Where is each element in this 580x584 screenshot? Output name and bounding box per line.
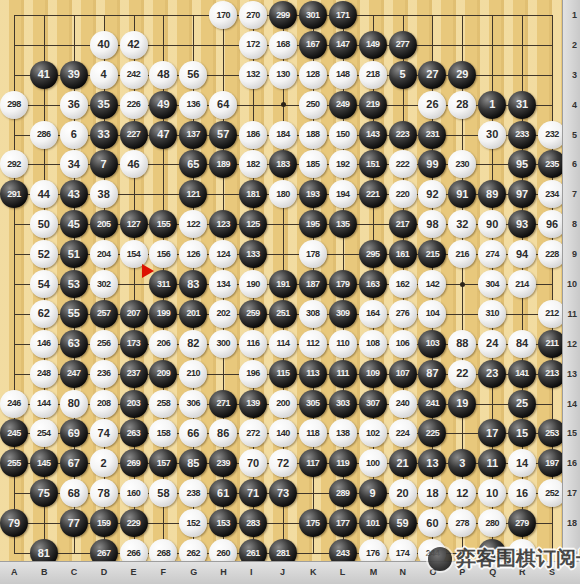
stone-black-125: 125 bbox=[239, 210, 267, 238]
stone-white-20: 20 bbox=[389, 479, 417, 507]
stone-black-19: 19 bbox=[448, 390, 476, 418]
star-point bbox=[460, 282, 465, 287]
stone-white-94: 94 bbox=[508, 240, 536, 268]
stone-white-238: 238 bbox=[179, 479, 207, 507]
stone-white-50: 50 bbox=[30, 210, 58, 238]
stone-white-158: 158 bbox=[149, 419, 177, 447]
stone-white-270: 270 bbox=[239, 1, 267, 29]
stone-white-224: 224 bbox=[389, 419, 417, 447]
stone-black-43: 43 bbox=[60, 180, 88, 208]
stone-white-168: 168 bbox=[269, 31, 297, 59]
stone-black-221: 221 bbox=[359, 180, 387, 208]
row-label-13: 13 bbox=[567, 369, 577, 379]
stone-black-25: 25 bbox=[508, 390, 536, 418]
star-point bbox=[281, 102, 286, 107]
stone-white-186: 186 bbox=[239, 121, 267, 149]
stone-white-114: 114 bbox=[269, 330, 297, 358]
stone-white-38: 38 bbox=[90, 180, 118, 208]
stone-black-217: 217 bbox=[389, 210, 417, 238]
stone-black-45: 45 bbox=[60, 210, 88, 238]
stone-white-185: 185 bbox=[299, 150, 327, 178]
stone-white-300: 300 bbox=[209, 330, 237, 358]
row-label-14: 14 bbox=[567, 399, 577, 409]
stone-black-155: 155 bbox=[149, 210, 177, 238]
stone-black-115: 115 bbox=[269, 360, 297, 388]
row-label-12: 12 bbox=[567, 339, 577, 349]
stone-white-194: 194 bbox=[329, 180, 357, 208]
stone-white-280: 280 bbox=[478, 509, 506, 537]
stone-white-58: 58 bbox=[149, 479, 177, 507]
stone-white-298: 298 bbox=[0, 91, 28, 119]
row-label-2: 2 bbox=[572, 40, 577, 50]
stone-white-144: 144 bbox=[30, 390, 58, 418]
stone-white-236: 236 bbox=[90, 360, 118, 388]
stone-white-30: 30 bbox=[478, 121, 506, 149]
stone-black-103: 103 bbox=[418, 330, 446, 358]
stone-white-208: 208 bbox=[90, 390, 118, 418]
stone-white-4: 4 bbox=[90, 61, 118, 89]
stone-white-44: 44 bbox=[30, 180, 58, 208]
stone-white-286: 286 bbox=[30, 121, 58, 149]
stone-black-231: 231 bbox=[418, 121, 446, 149]
stone-white-6: 6 bbox=[60, 121, 88, 149]
stone-white-92: 92 bbox=[418, 180, 446, 208]
stone-black-157: 157 bbox=[149, 449, 177, 477]
stone-white-18: 18 bbox=[418, 479, 446, 507]
stone-black-133: 133 bbox=[239, 240, 267, 268]
stone-black-123: 123 bbox=[209, 210, 237, 238]
stone-white-56: 56 bbox=[179, 61, 207, 89]
stone-black-167: 167 bbox=[299, 31, 327, 59]
stone-white-222: 222 bbox=[389, 150, 417, 178]
stone-white-250: 250 bbox=[299, 91, 327, 119]
stone-white-226: 226 bbox=[120, 91, 148, 119]
stone-white-78: 78 bbox=[90, 479, 118, 507]
col-label-E: E bbox=[131, 567, 137, 577]
stone-black-93: 93 bbox=[508, 210, 536, 238]
stone-white-160: 160 bbox=[120, 479, 148, 507]
stone-white-26: 26 bbox=[418, 91, 446, 119]
go-board: 1702702993011714042172168167147149277413… bbox=[0, 0, 577, 578]
col-label-B: B bbox=[41, 567, 48, 577]
stone-black-57: 57 bbox=[209, 121, 237, 149]
stone-white-112: 112 bbox=[299, 330, 327, 358]
stone-black-263: 263 bbox=[120, 419, 148, 447]
stone-white-150: 150 bbox=[329, 121, 357, 149]
stone-white-36: 36 bbox=[60, 91, 88, 119]
stone-white-180: 180 bbox=[269, 180, 297, 208]
stone-white-122: 122 bbox=[179, 210, 207, 238]
stone-black-97: 97 bbox=[508, 180, 536, 208]
stone-black-77: 77 bbox=[60, 509, 88, 537]
stone-black-27: 27 bbox=[418, 61, 446, 89]
stone-black-107: 107 bbox=[389, 360, 417, 388]
stone-white-70: 70 bbox=[239, 449, 267, 477]
stone-black-137: 137 bbox=[179, 121, 207, 149]
stone-white-82: 82 bbox=[179, 330, 207, 358]
stone-black-111: 111 bbox=[329, 360, 357, 388]
stone-white-2: 2 bbox=[90, 449, 118, 477]
stone-white-142: 142 bbox=[418, 270, 446, 298]
stone-white-138: 138 bbox=[329, 419, 357, 447]
stone-white-102: 102 bbox=[359, 419, 387, 447]
col-label-M: M bbox=[370, 567, 378, 577]
yike-weiqi-logo-icon bbox=[428, 547, 452, 571]
stone-white-12: 12 bbox=[448, 479, 476, 507]
stone-white-68: 68 bbox=[60, 479, 88, 507]
stone-black-141: 141 bbox=[508, 360, 536, 388]
stone-black-79: 79 bbox=[0, 509, 28, 537]
row-label-10: 10 bbox=[567, 279, 577, 289]
stone-white-46: 46 bbox=[120, 150, 148, 178]
stone-black-199: 199 bbox=[149, 300, 177, 328]
stone-white-110: 110 bbox=[329, 330, 357, 358]
stone-black-237: 237 bbox=[120, 360, 148, 388]
stone-black-5: 5 bbox=[389, 61, 417, 89]
stone-white-140: 140 bbox=[269, 419, 297, 447]
row-label-11: 11 bbox=[567, 309, 577, 319]
stone-black-101: 101 bbox=[359, 509, 387, 537]
stone-black-91: 91 bbox=[448, 180, 476, 208]
stone-white-172: 172 bbox=[239, 31, 267, 59]
stone-black-127: 127 bbox=[120, 210, 148, 238]
stone-white-108: 108 bbox=[359, 330, 387, 358]
stone-white-146: 146 bbox=[30, 330, 58, 358]
stone-black-183: 183 bbox=[269, 150, 297, 178]
row-label-5: 5 bbox=[572, 130, 577, 140]
stone-black-113: 113 bbox=[299, 360, 327, 388]
stone-white-254: 254 bbox=[30, 419, 58, 447]
stone-black-229: 229 bbox=[120, 509, 148, 537]
row-label-17: 17 bbox=[567, 488, 577, 498]
stone-black-95: 95 bbox=[508, 150, 536, 178]
stone-black-53: 53 bbox=[60, 270, 88, 298]
stone-white-190: 190 bbox=[239, 270, 267, 298]
stone-black-291: 291 bbox=[0, 180, 28, 208]
stone-white-170: 170 bbox=[209, 1, 237, 29]
col-label-N: N bbox=[400, 567, 407, 577]
stone-white-306: 306 bbox=[179, 390, 207, 418]
stone-white-304: 304 bbox=[478, 270, 506, 298]
stone-black-295: 295 bbox=[359, 240, 387, 268]
stone-white-54: 54 bbox=[30, 270, 58, 298]
stone-black-219: 219 bbox=[359, 91, 387, 119]
stone-black-3: 3 bbox=[448, 449, 476, 477]
stone-black-83: 83 bbox=[179, 270, 207, 298]
stone-black-15: 15 bbox=[508, 419, 536, 447]
stone-black-301: 301 bbox=[299, 1, 327, 29]
col-label-K: K bbox=[310, 567, 317, 577]
stone-white-86: 86 bbox=[209, 419, 237, 447]
stone-white-206: 206 bbox=[149, 330, 177, 358]
stone-white-128: 128 bbox=[299, 61, 327, 89]
stone-white-148: 148 bbox=[329, 61, 357, 89]
stone-white-214: 214 bbox=[508, 270, 536, 298]
col-label-C: C bbox=[71, 567, 78, 577]
stone-black-35: 35 bbox=[90, 91, 118, 119]
stone-black-279: 279 bbox=[508, 509, 536, 537]
stone-black-41: 41 bbox=[30, 61, 58, 89]
stone-black-85: 85 bbox=[179, 449, 207, 477]
stone-black-59: 59 bbox=[389, 509, 417, 537]
col-label-F: F bbox=[160, 567, 166, 577]
stone-white-182: 182 bbox=[239, 150, 267, 178]
stone-white-242: 242 bbox=[120, 61, 148, 89]
stone-white-196: 196 bbox=[239, 360, 267, 388]
stone-white-100: 100 bbox=[359, 449, 387, 477]
stone-black-209: 209 bbox=[149, 360, 177, 388]
stone-black-225: 225 bbox=[418, 419, 446, 447]
stone-black-239: 239 bbox=[209, 449, 237, 477]
stone-black-17: 17 bbox=[478, 419, 506, 447]
stone-black-159: 159 bbox=[90, 509, 118, 537]
stone-white-216: 216 bbox=[448, 240, 476, 268]
stone-white-80: 80 bbox=[60, 390, 88, 418]
stone-white-132: 132 bbox=[239, 61, 267, 89]
stone-black-193: 193 bbox=[299, 180, 327, 208]
stone-white-62: 62 bbox=[30, 300, 58, 328]
stone-black-71: 71 bbox=[239, 479, 267, 507]
stone-white-16: 16 bbox=[508, 479, 536, 507]
stone-black-227: 227 bbox=[120, 121, 148, 149]
last-move-marker-triangle-icon bbox=[142, 264, 154, 278]
stone-white-202: 202 bbox=[209, 300, 237, 328]
col-label-G: G bbox=[190, 567, 197, 577]
stone-black-49: 49 bbox=[149, 91, 177, 119]
stone-black-203: 203 bbox=[120, 390, 148, 418]
stone-white-84: 84 bbox=[508, 330, 536, 358]
stone-black-245: 245 bbox=[0, 419, 28, 447]
stone-black-75: 75 bbox=[30, 479, 58, 507]
stone-white-60: 60 bbox=[418, 509, 446, 537]
stone-black-117: 117 bbox=[299, 449, 327, 477]
row-coordinate-strip: 12345678910111213141516171819 bbox=[562, 0, 580, 578]
stone-black-89: 89 bbox=[478, 180, 506, 208]
stone-black-303: 303 bbox=[329, 390, 357, 418]
stone-white-188: 188 bbox=[299, 121, 327, 149]
stone-black-147: 147 bbox=[329, 31, 357, 59]
stone-white-240: 240 bbox=[389, 390, 417, 418]
stone-white-90: 90 bbox=[478, 210, 506, 238]
stone-black-187: 187 bbox=[299, 270, 327, 298]
stone-black-163: 163 bbox=[359, 270, 387, 298]
stone-white-134: 134 bbox=[209, 270, 237, 298]
stone-black-149: 149 bbox=[359, 31, 387, 59]
stone-black-21: 21 bbox=[389, 449, 417, 477]
col-label-H: H bbox=[220, 567, 227, 577]
stone-black-31: 31 bbox=[508, 91, 536, 119]
stone-black-13: 13 bbox=[418, 449, 446, 477]
stone-black-249: 249 bbox=[329, 91, 357, 119]
stone-black-87: 87 bbox=[418, 360, 446, 388]
stone-black-179: 179 bbox=[329, 270, 357, 298]
stone-black-65: 65 bbox=[179, 150, 207, 178]
stone-white-136: 136 bbox=[179, 91, 207, 119]
stone-black-191: 191 bbox=[269, 270, 297, 298]
stone-black-309: 309 bbox=[329, 300, 357, 328]
stone-black-151: 151 bbox=[359, 150, 387, 178]
stone-black-139: 139 bbox=[239, 390, 267, 418]
stone-black-109: 109 bbox=[359, 360, 387, 388]
stone-white-40: 40 bbox=[90, 31, 118, 59]
stone-black-251: 251 bbox=[269, 300, 297, 328]
stone-white-10: 10 bbox=[478, 479, 506, 507]
stone-black-255: 255 bbox=[0, 449, 28, 477]
stone-white-24: 24 bbox=[478, 330, 506, 358]
stone-black-67: 67 bbox=[60, 449, 88, 477]
stone-black-173: 173 bbox=[120, 330, 148, 358]
stone-black-277: 277 bbox=[389, 31, 417, 59]
go-kifu-screenshot: 1702702993011714042172168167147149277413… bbox=[0, 0, 580, 584]
stone-white-126: 126 bbox=[179, 240, 207, 268]
stone-white-204: 204 bbox=[90, 240, 118, 268]
stone-black-9: 9 bbox=[359, 479, 387, 507]
stone-black-47: 47 bbox=[149, 121, 177, 149]
stone-black-271: 271 bbox=[209, 390, 237, 418]
stone-black-247: 247 bbox=[60, 360, 88, 388]
stone-white-210: 210 bbox=[179, 360, 207, 388]
stone-black-195: 195 bbox=[299, 210, 327, 238]
row-label-3: 3 bbox=[572, 70, 577, 80]
stone-white-66: 66 bbox=[179, 419, 207, 447]
stone-black-223: 223 bbox=[389, 121, 417, 149]
stone-white-64: 64 bbox=[209, 91, 237, 119]
row-label-6: 6 bbox=[572, 159, 577, 169]
row-label-4: 4 bbox=[572, 100, 577, 110]
stone-black-189: 189 bbox=[209, 150, 237, 178]
row-label-18: 18 bbox=[567, 518, 577, 528]
row-label-1: 1 bbox=[572, 10, 577, 20]
stone-black-305: 305 bbox=[299, 390, 327, 418]
stone-black-205: 205 bbox=[90, 210, 118, 238]
stone-white-200: 200 bbox=[269, 390, 297, 418]
col-label-D: D bbox=[101, 567, 108, 577]
stone-white-308: 308 bbox=[299, 300, 327, 328]
col-label-A: A bbox=[11, 567, 18, 577]
stone-black-99: 99 bbox=[418, 150, 446, 178]
stone-white-88: 88 bbox=[448, 330, 476, 358]
stone-black-135: 135 bbox=[329, 210, 357, 238]
stone-white-278: 278 bbox=[448, 509, 476, 537]
col-label-L: L bbox=[340, 567, 346, 577]
stone-black-153: 153 bbox=[209, 509, 237, 537]
stone-white-152: 152 bbox=[179, 509, 207, 537]
stone-white-248: 248 bbox=[30, 360, 58, 388]
stone-white-130: 130 bbox=[269, 61, 297, 89]
stone-black-257: 257 bbox=[90, 300, 118, 328]
stone-white-184: 184 bbox=[269, 121, 297, 149]
stone-black-171: 171 bbox=[329, 1, 357, 29]
stone-black-177: 177 bbox=[329, 509, 357, 537]
stone-black-121: 121 bbox=[179, 180, 207, 208]
stone-black-289: 289 bbox=[329, 479, 357, 507]
row-label-7: 7 bbox=[572, 189, 577, 199]
row-label-15: 15 bbox=[567, 428, 577, 438]
stone-black-23: 23 bbox=[478, 360, 506, 388]
stone-white-218: 218 bbox=[359, 61, 387, 89]
stone-white-14: 14 bbox=[508, 449, 536, 477]
stone-black-307: 307 bbox=[359, 390, 387, 418]
stone-black-29: 29 bbox=[448, 61, 476, 89]
stone-white-42: 42 bbox=[120, 31, 148, 59]
stone-white-164: 164 bbox=[359, 300, 387, 328]
stone-black-201: 201 bbox=[179, 300, 207, 328]
stone-black-269: 269 bbox=[120, 449, 148, 477]
stone-white-272: 272 bbox=[239, 419, 267, 447]
stone-white-32: 32 bbox=[448, 210, 476, 238]
col-label-J: J bbox=[280, 567, 285, 577]
stone-white-22: 22 bbox=[448, 360, 476, 388]
stone-white-48: 48 bbox=[149, 61, 177, 89]
stone-white-118: 118 bbox=[299, 419, 327, 447]
stone-black-145: 145 bbox=[30, 449, 58, 477]
watermark: 弈客围棋订阅号 bbox=[428, 545, 580, 572]
stone-black-63: 63 bbox=[60, 330, 88, 358]
stone-white-310: 310 bbox=[478, 300, 506, 328]
stone-black-39: 39 bbox=[60, 61, 88, 89]
stone-white-72: 72 bbox=[269, 449, 297, 477]
stone-black-175: 175 bbox=[299, 509, 327, 537]
stone-black-7: 7 bbox=[90, 150, 118, 178]
stone-white-230: 230 bbox=[448, 150, 476, 178]
row-label-9: 9 bbox=[572, 249, 577, 259]
stone-white-192: 192 bbox=[329, 150, 357, 178]
stone-white-52: 52 bbox=[30, 240, 58, 268]
stone-black-119: 119 bbox=[329, 449, 357, 477]
stone-white-292: 292 bbox=[0, 150, 28, 178]
stone-black-51: 51 bbox=[60, 240, 88, 268]
stone-black-299: 299 bbox=[269, 1, 297, 29]
stone-black-215: 215 bbox=[418, 240, 446, 268]
stone-black-33: 33 bbox=[90, 121, 118, 149]
stone-black-259: 259 bbox=[239, 300, 267, 328]
stone-white-116: 116 bbox=[239, 330, 267, 358]
stone-white-258: 258 bbox=[149, 390, 177, 418]
stone-white-104: 104 bbox=[418, 300, 446, 328]
row-label-16: 16 bbox=[567, 458, 577, 468]
stone-white-74: 74 bbox=[90, 419, 118, 447]
stone-black-73: 73 bbox=[269, 479, 297, 507]
stone-white-124: 124 bbox=[209, 240, 237, 268]
stone-white-162: 162 bbox=[389, 270, 417, 298]
stone-black-161: 161 bbox=[389, 240, 417, 268]
stone-black-283: 283 bbox=[239, 509, 267, 537]
stone-white-302: 302 bbox=[90, 270, 118, 298]
stone-black-11: 11 bbox=[478, 449, 506, 477]
stone-white-34: 34 bbox=[60, 150, 88, 178]
stone-black-181: 181 bbox=[239, 180, 267, 208]
stone-white-178: 178 bbox=[299, 240, 327, 268]
stone-white-274: 274 bbox=[478, 240, 506, 268]
stone-black-1: 1 bbox=[478, 91, 506, 119]
stone-black-143: 143 bbox=[359, 121, 387, 149]
stone-black-55: 55 bbox=[60, 300, 88, 328]
stone-black-61: 61 bbox=[209, 479, 237, 507]
stone-black-69: 69 bbox=[60, 419, 88, 447]
stone-black-233: 233 bbox=[508, 121, 536, 149]
stone-white-256: 256 bbox=[90, 330, 118, 358]
stone-white-28: 28 bbox=[448, 91, 476, 119]
stone-black-241: 241 bbox=[418, 390, 446, 418]
stone-white-246: 246 bbox=[0, 390, 28, 418]
stone-white-106: 106 bbox=[389, 330, 417, 358]
stone-black-207: 207 bbox=[120, 300, 148, 328]
watermark-text: 弈客围棋订阅号 bbox=[456, 545, 580, 572]
col-label-I: I bbox=[250, 567, 253, 577]
stone-white-98: 98 bbox=[418, 210, 446, 238]
row-label-8: 8 bbox=[572, 219, 577, 229]
stone-white-276: 276 bbox=[389, 300, 417, 328]
